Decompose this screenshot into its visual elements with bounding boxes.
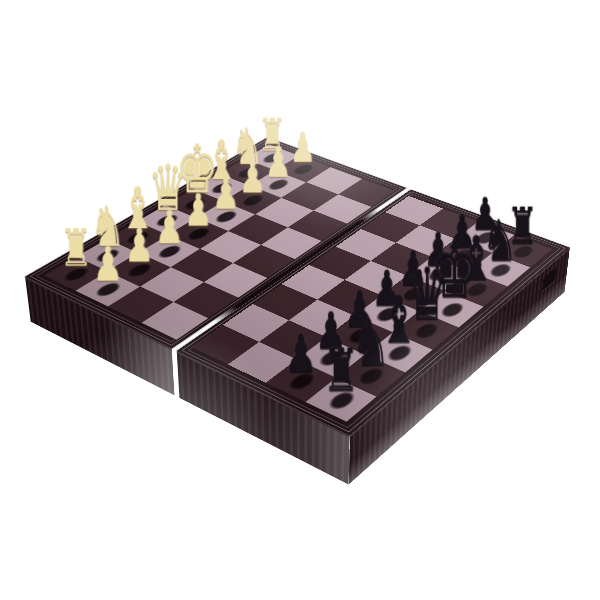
piece-white-pawn[interactable]: ♟ (87, 241, 128, 288)
board-3d-scene: ♜♞♝♛♚♝♞♜♟♟♟♟♟♟♟♟ ♟♟♟♟♟♟♟♟♜♞♝♛♚♝♞♜ (0, 0, 600, 600)
chess-board: ♜♞♝♛♚♝♞♜♟♟♟♟♟♟♟♟ ♟♟♟♟♟♟♟♟♜♞♝♛♚♝♞♜ (25, 137, 570, 435)
square-g5[interactable] (361, 212, 420, 243)
piece-black-pawn[interactable]: ♟ (279, 328, 324, 380)
product-photo-stage: ♜♞♝♛♚♝♞♜♟♟♟♟♟♟♟♟ ♟♟♟♟♟♟♟♟♜♞♝♛♚♝♞♜ (0, 0, 600, 600)
piece-black-rook[interactable]: ♜ (318, 340, 364, 399)
